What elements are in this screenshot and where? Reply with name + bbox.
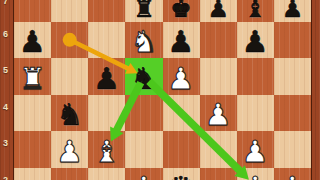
- black-pawn-e6[interactable]: ♟: [168, 27, 195, 58]
- square-c7[interactable]: [88, 0, 125, 22]
- white-knight-d6[interactable]: ♞: [130, 27, 157, 58]
- white-bishop-c3[interactable]: ♝: [93, 137, 120, 168]
- white-bishop-g2[interactable]: ♝: [242, 173, 269, 180]
- square-b7[interactable]: [51, 0, 88, 22]
- square-c2[interactable]: [88, 168, 125, 180]
- square-a2[interactable]: [14, 168, 51, 180]
- square-e3[interactable]: [163, 131, 200, 168]
- square-c3[interactable]: ♝: [88, 131, 125, 168]
- white-pawn-b3[interactable]: ♟: [56, 137, 83, 168]
- square-a4[interactable]: [14, 95, 51, 132]
- square-g5[interactable]: [237, 58, 274, 95]
- square-f5[interactable]: [200, 58, 237, 95]
- square-g6[interactable]: ♟: [237, 22, 274, 59]
- square-h6[interactable]: [274, 22, 311, 59]
- square-h7[interactable]: ♟: [274, 0, 311, 22]
- square-f4[interactable]: ♟: [200, 95, 237, 132]
- square-b5[interactable]: [51, 58, 88, 95]
- square-a5[interactable]: ♜: [14, 58, 51, 95]
- chess-thumbnail: ♜♚♟♝♟♟♞♟♟♜♟♞♟♞♟♟♝♟♟♛♝♟ 765432: [0, 0, 320, 180]
- square-b3[interactable]: ♟: [51, 131, 88, 168]
- black-bishop-g7[interactable]: ♝: [245, 0, 267, 22]
- square-d7[interactable]: ♜: [125, 0, 162, 22]
- black-pawn-g6[interactable]: ♟: [242, 27, 269, 58]
- rank-label-5: 5: [3, 65, 8, 75]
- rank-label-6: 6: [3, 29, 8, 39]
- square-f6[interactable]: [200, 22, 237, 59]
- black-knight-b4[interactable]: ♞: [56, 100, 83, 131]
- square-a3[interactable]: [14, 131, 51, 168]
- square-e5[interactable]: ♟: [163, 58, 200, 95]
- square-a7[interactable]: [14, 0, 51, 22]
- black-pawn-a6[interactable]: ♟: [19, 27, 46, 58]
- black-king-e7[interactable]: ♚: [170, 0, 192, 22]
- square-d2[interactable]: ♟: [125, 168, 162, 180]
- square-g7[interactable]: ♝: [237, 0, 274, 22]
- black-queen-e2[interactable]: ♛: [168, 173, 195, 180]
- square-b2[interactable]: [51, 168, 88, 180]
- white-pawn-f4[interactable]: ♟: [205, 100, 232, 131]
- black-pawn-h7[interactable]: ♟: [282, 0, 304, 22]
- square-d5[interactable]: ♞: [125, 58, 162, 95]
- white-pawn-h2[interactable]: ♟: [279, 173, 306, 180]
- square-f7[interactable]: ♟: [200, 0, 237, 22]
- square-f3[interactable]: [200, 131, 237, 168]
- black-knight-d5[interactable]: ♞: [130, 64, 157, 95]
- square-e4[interactable]: [163, 95, 200, 132]
- square-h5[interactable]: [274, 58, 311, 95]
- rank-label-7: 7: [3, 0, 8, 6]
- square-e2[interactable]: ♛: [163, 168, 200, 180]
- chess-board[interactable]: ♜♚♟♝♟♟♞♟♟♜♟♞♟♞♟♟♝♟♟♛♝♟: [14, 0, 311, 180]
- square-a6[interactable]: ♟: [14, 22, 51, 59]
- square-h2[interactable]: ♟: [274, 168, 311, 180]
- square-h4[interactable]: [274, 95, 311, 132]
- square-d4[interactable]: [125, 95, 162, 132]
- square-c5[interactable]: ♟: [88, 58, 125, 95]
- white-pawn-g3[interactable]: ♟: [242, 137, 269, 168]
- white-rook-a5[interactable]: ♜: [19, 64, 46, 95]
- white-pawn-d2[interactable]: ♟: [130, 173, 157, 180]
- square-f2[interactable]: [200, 168, 237, 180]
- square-g2[interactable]: ♝: [237, 168, 274, 180]
- square-h3[interactable]: [274, 131, 311, 168]
- rank-label-4: 4: [3, 102, 8, 112]
- square-c4[interactable]: [88, 95, 125, 132]
- square-b4[interactable]: ♞: [51, 95, 88, 132]
- black-pawn-f7[interactable]: ♟: [207, 0, 229, 22]
- square-e6[interactable]: ♟: [163, 22, 200, 59]
- black-pawn-c5[interactable]: ♟: [93, 64, 120, 95]
- square-d3[interactable]: [125, 131, 162, 168]
- rank-label-3: 3: [3, 138, 8, 148]
- rank-label-2: 2: [3, 175, 8, 180]
- white-pawn-e5[interactable]: ♟: [168, 64, 195, 95]
- square-b6[interactable]: [51, 22, 88, 59]
- black-rook-d7[interactable]: ♜: [133, 0, 155, 22]
- square-g4[interactable]: [237, 95, 274, 132]
- square-c6[interactable]: [88, 22, 125, 59]
- square-e7[interactable]: ♚: [163, 0, 200, 22]
- square-g3[interactable]: ♟: [237, 131, 274, 168]
- square-d6[interactable]: ♞: [125, 22, 162, 59]
